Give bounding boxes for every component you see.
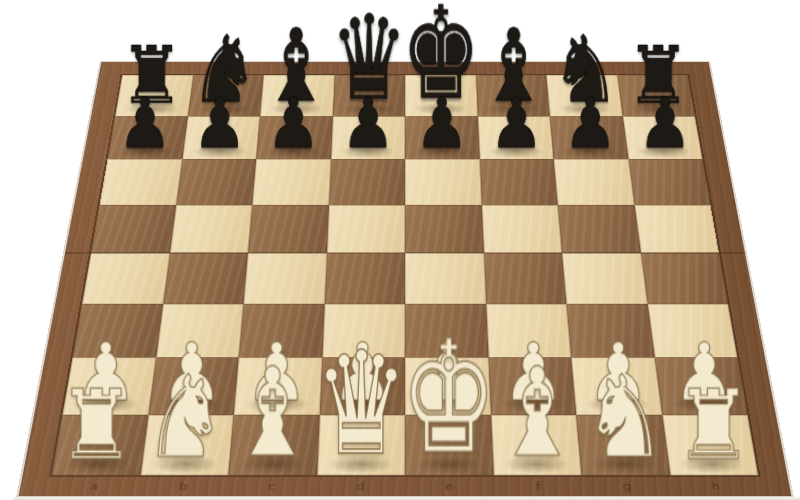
square-b7: ♟ bbox=[182, 116, 260, 159]
board-squares: ♜♞♝♛♚♝♞♜♟♟♟♟♟♟♟♟♟♟♟♟♟♟♟♟♜♞♝♛♚♝♞♜ bbox=[52, 75, 758, 475]
square-d6 bbox=[329, 159, 405, 205]
square-f6 bbox=[479, 159, 557, 205]
white-knight-b1: ♞ bbox=[143, 366, 227, 470]
square-e4 bbox=[405, 253, 486, 304]
square-c4 bbox=[244, 253, 327, 304]
square-g6 bbox=[554, 159, 634, 205]
square-c1: ♝ bbox=[228, 415, 319, 476]
black-pawn-g7: ♟ bbox=[563, 92, 617, 156]
black-pawn-c7: ♟ bbox=[267, 92, 321, 156]
black-pawn-d7: ♟ bbox=[341, 92, 395, 156]
square-d4 bbox=[324, 253, 405, 304]
black-pawn-a7: ♟ bbox=[118, 92, 172, 156]
square-h1: ♜ bbox=[662, 415, 758, 476]
file-label-g: g bbox=[622, 480, 632, 491]
chess-product-photo: ♜♞♝♛♚♝♞♜♟♟♟♟♟♟♟♟♟♟♟♟♟♟♟♟♜♞♝♛♚♝♞♜ abcdefg… bbox=[0, 0, 800, 500]
square-f7: ♟ bbox=[477, 116, 553, 159]
white-king-e1: ♚ bbox=[401, 327, 498, 471]
board-scene: ♜♞♝♛♚♝♞♜♟♟♟♟♟♟♟♟♟♟♟♟♟♟♟♟♜♞♝♛♚♝♞♜ abcdefg… bbox=[0, 0, 800, 500]
black-pawn-f7: ♟ bbox=[489, 92, 543, 156]
file-label-a: a bbox=[89, 480, 99, 491]
square-d7: ♟ bbox=[331, 116, 405, 159]
file-label-f: f bbox=[535, 480, 541, 491]
file-label-e: e bbox=[445, 480, 454, 491]
square-d1: ♛ bbox=[317, 415, 405, 476]
white-rook-a1: ♜ bbox=[58, 382, 136, 471]
square-g4 bbox=[562, 253, 647, 304]
black-pawn-h7: ♟ bbox=[638, 92, 692, 156]
square-g5 bbox=[558, 205, 641, 253]
white-queen-d1: ♛ bbox=[314, 339, 409, 470]
square-f1: ♝ bbox=[491, 415, 582, 476]
square-h6 bbox=[628, 159, 710, 205]
square-e6 bbox=[405, 159, 481, 205]
square-a4 bbox=[82, 253, 169, 304]
square-h4 bbox=[641, 253, 728, 304]
square-f5 bbox=[481, 205, 562, 253]
square-g7: ♟ bbox=[550, 116, 628, 159]
file-label-h: h bbox=[711, 480, 721, 491]
square-c7: ♟ bbox=[256, 116, 332, 159]
square-a7: ♟ bbox=[107, 116, 187, 159]
white-bishop-f1: ♝ bbox=[495, 358, 579, 471]
file-label-b: b bbox=[178, 480, 188, 491]
file-label-c: c bbox=[268, 480, 276, 491]
square-h5 bbox=[634, 205, 719, 253]
square-e1: ♚ bbox=[405, 415, 493, 476]
square-e7: ♟ bbox=[405, 116, 479, 159]
square-c6 bbox=[252, 159, 330, 205]
black-pawn-b7: ♟ bbox=[192, 92, 246, 156]
square-d5 bbox=[327, 205, 406, 253]
square-f4 bbox=[484, 253, 567, 304]
chess-board: ♜♞♝♛♚♝♞♜♟♟♟♟♟♟♟♟♟♟♟♟♟♟♟♟♜♞♝♛♚♝♞♜ abcdefg… bbox=[19, 62, 792, 496]
white-knight-g1: ♞ bbox=[583, 366, 667, 470]
square-g1: ♞ bbox=[576, 415, 670, 476]
black-pawn-e7: ♟ bbox=[415, 92, 469, 156]
square-e5 bbox=[405, 205, 484, 253]
square-c5 bbox=[248, 205, 329, 253]
square-b6 bbox=[176, 159, 256, 205]
square-b5 bbox=[170, 205, 253, 253]
file-label-d: d bbox=[356, 480, 365, 491]
square-a5 bbox=[91, 205, 176, 253]
square-b1: ♞ bbox=[140, 415, 234, 476]
white-rook-h1: ♜ bbox=[674, 382, 752, 471]
square-a1: ♜ bbox=[52, 415, 148, 476]
square-b4 bbox=[163, 253, 248, 304]
white-bishop-c1: ♝ bbox=[231, 358, 315, 471]
file-coordinate-labels: abcdefgh bbox=[48, 478, 761, 495]
square-a6 bbox=[99, 159, 181, 205]
square-h7: ♟ bbox=[622, 116, 702, 159]
